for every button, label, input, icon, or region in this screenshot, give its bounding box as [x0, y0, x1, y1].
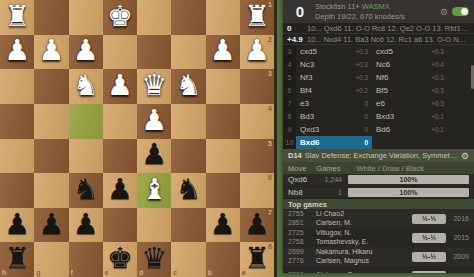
wdl-label: White / Draw / Black	[357, 164, 425, 173]
san: Bf5	[376, 86, 431, 95]
move-row-6: 6Bf4+0.2Bf5+0.3	[283, 84, 474, 97]
square-a7[interactable]: ♟7	[240, 208, 274, 243]
square-g4[interactable]	[34, 104, 68, 139]
rank-label-4: 4	[268, 105, 272, 112]
move-black-5[interactable]: Nf6+0.3	[372, 71, 448, 84]
square-c3[interactable]: ♞	[171, 69, 205, 104]
engine-depth: Depth 19/22, 670 knodes/s	[315, 12, 440, 21]
square-c4[interactable]	[171, 104, 205, 139]
engine-name: Stockfish 11+ WASMX	[315, 2, 440, 11]
square-a4[interactable]: 4	[240, 104, 274, 139]
player-ratings: 2700	[288, 271, 310, 273]
san: cxd5	[376, 47, 431, 56]
move-white-9[interactable]: Qxd30	[296, 123, 372, 136]
white-pawn-d4[interactable]: ♟	[141, 106, 167, 135]
file-label-h: h	[2, 269, 6, 276]
square-e8[interactable]: ♚e	[103, 242, 137, 277]
engine-eval: 0	[288, 3, 312, 20]
square-f3[interactable]: ♞	[69, 69, 103, 104]
move-number: 5	[283, 71, 296, 84]
white-knight-c3[interactable]: ♞	[175, 71, 201, 100]
white-queen-d3[interactable]: ♛	[141, 71, 167, 100]
explorer-move: Nb8	[288, 188, 318, 197]
move-black-6[interactable]: Bf5+0.3	[372, 84, 448, 97]
move-list: 3cxd5+0.3cxd5+0.34Nc3+0.3Nc6+0.45Nf3+0.3…	[283, 45, 474, 149]
eval: +0.1	[431, 126, 444, 133]
pv2-moves: 10... Nxd4 11. Ba3 Nc6 12. Rc1 a6 13. O-…	[307, 35, 470, 44]
rank-label-3: 3	[268, 70, 272, 77]
move-number: 4	[283, 58, 296, 71]
pv1-moves: 10... Qxd6 11. O-O Rc8 12. Qe2 O-O 13. R…	[307, 24, 470, 33]
rank-label-1: 1	[268, 1, 272, 8]
square-c2[interactable]	[171, 35, 205, 70]
explorer-row-Qxd6[interactable]: Qxd61,244100%	[283, 174, 474, 187]
white-pawn-e3[interactable]: ♟	[107, 71, 133, 100]
eval: +0.3	[431, 74, 444, 81]
square-g7[interactable]: ♟	[34, 208, 68, 243]
explorer-tabs: Move Games White / Draw / Black	[283, 162, 474, 174]
move-row-4: 4Nc3+0.3Nc6+0.4	[283, 58, 474, 71]
square-c1[interactable]	[171, 0, 205, 35]
square-h4[interactable]	[0, 104, 34, 139]
tab-games[interactable]: Games	[316, 164, 340, 173]
explorer-games-count: 1,244	[318, 176, 348, 183]
eval: 0	[364, 100, 368, 107]
move-black-10	[372, 136, 448, 149]
san: Nf6	[376, 73, 431, 82]
square-a8[interactable]: ♜8a	[240, 242, 274, 277]
result-badge: ½-½	[412, 214, 446, 224]
file-label-e: e	[105, 269, 109, 276]
top-games-list: 27552851Li Chao2Carlsen, M.½-½2016272527…	[283, 209, 474, 273]
file-label-f: f	[71, 269, 73, 276]
square-b7[interactable]: ♟	[206, 208, 240, 243]
square-f2[interactable]: ♟	[69, 35, 103, 70]
file-label-a: a	[242, 269, 246, 276]
top-game-row-3[interactable]: 26992776Nakamura, HikaruCarlsen, Magnus½…	[283, 247, 474, 266]
square-h5[interactable]	[0, 139, 34, 174]
square-h6[interactable]	[0, 173, 34, 208]
draw-percentage: 100%	[348, 175, 469, 184]
square-e1[interactable]: ♚	[103, 0, 137, 35]
square-b4[interactable]	[206, 104, 240, 139]
player-ratings: 27252758	[288, 229, 310, 247]
file-label-b: b	[208, 269, 212, 276]
square-g5[interactable]	[34, 139, 68, 174]
square-d5[interactable]: ♟	[137, 139, 171, 174]
square-a2[interactable]: ♟2	[240, 35, 274, 70]
rank-label-6: 6	[268, 174, 272, 181]
result-badge: ½-½	[412, 271, 446, 274]
move-number: 9	[283, 123, 296, 136]
explorer-move: Qxd6	[288, 175, 318, 184]
eval: +0.1	[431, 113, 444, 120]
black-king-e8[interactable]: ♚	[107, 244, 133, 273]
square-b6[interactable]	[206, 173, 240, 208]
square-b8[interactable]: b	[206, 242, 240, 277]
rank-label-2: 2	[268, 36, 272, 43]
square-e2[interactable]	[103, 35, 137, 70]
engine-header: 0 Stockfish 11+ WASMX Depth 19/22, 670 k…	[283, 0, 474, 23]
san: Bd6	[376, 125, 431, 134]
opening-eco: D14	[288, 151, 302, 160]
square-e4[interactable]	[103, 104, 137, 139]
file-label-c: c	[173, 269, 177, 276]
move-number: 8	[283, 110, 296, 123]
square-f7[interactable]: ♟	[69, 208, 103, 243]
move-black-4[interactable]: Nc6+0.4	[372, 58, 448, 71]
move-white-8[interactable]: Bd30	[296, 110, 372, 123]
white-rook-h1[interactable]: ♜	[4, 2, 30, 31]
explorer-games-count: 1	[318, 189, 348, 196]
pv-line-1[interactable]: 0 10... Qxd6 11. O-O Rc8 12. Qe2 O-O 13.…	[283, 23, 474, 34]
eval: +0.4	[431, 61, 444, 68]
square-h7[interactable]: ♟	[0, 208, 34, 243]
san: Qxd3	[300, 125, 364, 134]
black-pawn-g7[interactable]: ♟	[38, 210, 64, 239]
pv-line-2[interactable]: +4.9 10... Nxd4 11. Ba3 Nc6 12. Rc1 a6 1…	[283, 34, 474, 45]
eval: +0.2	[355, 87, 368, 94]
square-f8[interactable]: f	[69, 242, 103, 277]
square-b5[interactable]	[206, 139, 240, 174]
explorer-row-Nb8[interactable]: Nb81100%	[283, 187, 474, 200]
square-d3[interactable]: ♛	[137, 69, 171, 104]
rank-label-8: 8	[268, 243, 272, 250]
square-h8[interactable]: ♜h	[0, 242, 34, 277]
player-names: Alekseev, Evgeny	[310, 271, 407, 273]
player-ratings: 26992776	[288, 248, 310, 266]
draw-percentage: 100%	[348, 188, 469, 197]
move-row-3: 3cxd5+0.3cxd5+0.3	[283, 45, 474, 58]
san: Nf3	[300, 73, 355, 82]
move-white-4[interactable]: Nc3+0.3	[296, 58, 372, 71]
black-pawn-e6[interactable]: ♟	[107, 175, 133, 204]
san: Bxd3	[376, 112, 431, 121]
explorer-moves: Qxd61,244100%Nb81100%	[283, 174, 474, 199]
eval: 0	[364, 113, 368, 120]
square-d1[interactable]	[137, 0, 171, 35]
square-g8[interactable]: g	[34, 242, 68, 277]
square-e3[interactable]: ♟	[103, 69, 137, 104]
opening-name: Slav Defense: Exchange Variation, Symmet…	[305, 151, 458, 160]
rank-label-5: 5	[268, 140, 272, 147]
black-pawn-d5[interactable]: ♟	[141, 140, 167, 169]
move-number: 7	[283, 97, 296, 110]
top-game-row-1[interactable]: 27552851Li Chao2Carlsen, M.½-½2016	[283, 209, 474, 228]
move-white-3[interactable]: cxd5+0.3	[296, 45, 372, 58]
game-year: 2015	[451, 234, 469, 241]
white-pawn-b2[interactable]: ♟	[210, 36, 236, 65]
square-d4[interactable]: ♟	[137, 104, 171, 139]
square-a5[interactable]: 5	[240, 139, 274, 174]
square-a1[interactable]: ♜1	[240, 0, 274, 35]
move-white-10[interactable]: Bxd60	[296, 136, 372, 149]
san: Nc3	[300, 60, 355, 69]
square-g3[interactable]	[34, 69, 68, 104]
white-pawn-h2[interactable]: ♟	[4, 36, 30, 65]
square-d6[interactable]: ♝	[137, 173, 171, 208]
san: Nc6	[376, 60, 431, 69]
file-label-g: g	[36, 269, 40, 276]
square-f1[interactable]	[69, 0, 103, 35]
top-games-header: Top games	[283, 199, 474, 209]
black-pawn-f7[interactable]: ♟	[73, 210, 99, 239]
square-c7[interactable]	[171, 208, 205, 243]
black-pawn-a7[interactable]: ♟	[244, 210, 270, 239]
san: e6	[376, 99, 431, 108]
square-g1[interactable]	[34, 0, 68, 35]
square-g2[interactable]: ♟	[34, 35, 68, 70]
square-h1[interactable]: ♜	[0, 0, 34, 35]
white-bishop-d6[interactable]: ♝	[141, 175, 167, 204]
engine-variant: WASMX	[362, 2, 390, 11]
black-queen-d8[interactable]: ♛	[141, 244, 167, 273]
square-h3[interactable]	[0, 69, 34, 104]
san: cxd5	[300, 47, 355, 56]
square-c5[interactable]	[171, 139, 205, 174]
square-c6[interactable]: ♞	[171, 173, 205, 208]
black-rook-h8[interactable]: ♜	[4, 244, 30, 273]
result-badge: ½-½	[412, 233, 446, 243]
square-d7[interactable]	[137, 208, 171, 243]
top-game-row-2[interactable]: 27252758Vitiugov, N.Tomashevsky, E.½-½20…	[283, 228, 474, 247]
analysis-panel: 0 Stockfish 11+ WASMX Depth 19/22, 670 k…	[283, 0, 474, 273]
black-rook-a8[interactable]: ♜	[244, 244, 270, 273]
eval: +0.3	[431, 100, 444, 107]
draw-percentage-bar: 100%	[348, 188, 469, 197]
move-number: 10	[283, 136, 296, 149]
chess-board[interactable]: ♜♚♜1♟♟♟♟♟2♞♟♛♞3♟4♟5♞♟♝♞6♟♟♟♟♟7♜hgf♚e♛dcb…	[0, 0, 277, 277]
eval: +0.3	[355, 48, 368, 55]
square-f5[interactable]	[69, 139, 103, 174]
square-a3[interactable]: 3	[240, 69, 274, 104]
player-names: Nakamura, HikaruCarlsen, Magnus	[310, 248, 407, 266]
square-b3[interactable]	[206, 69, 240, 104]
black-knight-c6[interactable]: ♞	[175, 175, 201, 204]
square-b2[interactable]: ♟	[206, 35, 240, 70]
player-names: Li Chao2Carlsen, M.	[310, 210, 407, 228]
white-pawn-a2[interactable]: ♟	[244, 36, 270, 65]
move-black-8[interactable]: Bxd3+0.1	[372, 110, 448, 123]
white-pawn-f2[interactable]: ♟	[73, 36, 99, 65]
square-b1[interactable]	[206, 0, 240, 35]
black-knight-f6[interactable]: ♞	[73, 175, 99, 204]
square-f6[interactable]: ♞	[69, 173, 103, 208]
square-a6[interactable]: 6	[240, 173, 274, 208]
move-number: 3	[283, 45, 296, 58]
move-row-8: 8Bd30Bxd3+0.1	[283, 110, 474, 123]
file-label-d: d	[139, 269, 143, 276]
square-g6[interactable]	[34, 173, 68, 208]
square-f4[interactable]	[69, 104, 103, 139]
san: Bf4	[300, 86, 355, 95]
eval: +0.3	[355, 61, 368, 68]
eval: +0.3	[355, 74, 368, 81]
rank-label-7: 7	[268, 209, 272, 216]
player-ratings: 27552851	[288, 210, 310, 228]
draw-percentage-bar: 100%	[348, 175, 469, 184]
move-number: 6	[283, 84, 296, 97]
square-d2[interactable]	[137, 35, 171, 70]
move-black-3[interactable]: cxd5+0.3	[372, 45, 448, 58]
square-e6[interactable]: ♟	[103, 173, 137, 208]
white-pawn-g2[interactable]: ♟	[38, 36, 64, 65]
pv2-eval: +4.9	[287, 35, 307, 44]
engine-toggle[interactable]	[452, 7, 469, 16]
white-rook-a1[interactable]: ♜	[244, 2, 270, 31]
san: e3	[300, 99, 364, 108]
eval: +0.3	[431, 87, 444, 94]
square-e5[interactable]	[103, 139, 137, 174]
move-row-9: 9Qxd30Bd6+0.1	[283, 123, 474, 136]
move-row-5: 5Nf3+0.3Nf6+0.3	[283, 71, 474, 84]
game-year: 2010	[451, 272, 469, 273]
black-pawn-h7[interactable]: ♟	[4, 210, 30, 239]
move-white-5[interactable]: Nf3+0.3	[296, 71, 372, 84]
opening-bar: D14 Slav Defense: Exchange Variation, Sy…	[283, 149, 474, 162]
pv1-eval: 0	[287, 24, 307, 33]
square-d8[interactable]: ♛d	[137, 242, 171, 277]
game-year: 2009	[451, 253, 469, 260]
square-h2[interactable]: ♟	[0, 35, 34, 70]
eval: +0.3	[431, 48, 444, 55]
move-row-7: 7e30e6+0.3	[283, 97, 474, 110]
result-badge: ½-½	[412, 252, 446, 262]
toggle-knob	[461, 8, 468, 15]
white-knight-f3[interactable]: ♞	[73, 71, 99, 100]
move-white-6[interactable]: Bf4+0.2	[296, 84, 372, 97]
eval: 0	[364, 126, 368, 133]
square-c8[interactable]: c	[171, 242, 205, 277]
tab-move[interactable]: Move	[288, 164, 306, 173]
top-game-row-4[interactable]: 2700Alekseev, Evgeny½-½2010	[283, 266, 474, 273]
san: Bd3	[300, 112, 364, 121]
move-row-10: 10Bxd60	[283, 136, 474, 149]
explorer-settings-icon[interactable]: ⚙	[461, 151, 469, 161]
black-pawn-b7[interactable]: ♟	[210, 210, 236, 239]
engine-settings-icon[interactable]: ⚙	[440, 7, 448, 17]
player-names: Vitiugov, N.Tomashevsky, E.	[310, 229, 407, 247]
move-black-7[interactable]: e6+0.3	[372, 97, 448, 110]
game-year: 2016	[451, 215, 469, 222]
move-white-7[interactable]: e30	[296, 97, 372, 110]
white-king-e1[interactable]: ♚	[107, 2, 133, 31]
eval: 0	[364, 139, 368, 146]
san: Bxd6	[300, 138, 364, 147]
square-e7[interactable]	[103, 208, 137, 243]
move-black-9[interactable]: Bd6+0.1	[372, 123, 448, 136]
